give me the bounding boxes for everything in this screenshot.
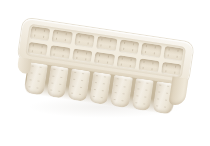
ice-cavity [50, 45, 71, 60]
ice-cavity [161, 61, 182, 76]
ice-cavity [72, 48, 93, 63]
ice-cavity [116, 55, 137, 70]
cube-bottom [46, 65, 69, 98]
ice-cavity [118, 39, 139, 54]
ice-cavity [141, 43, 162, 58]
ice-cavity [27, 41, 48, 56]
cube-bottom [131, 78, 154, 111]
ice-cavity [52, 29, 73, 44]
ice-cavity [163, 46, 184, 61]
ice-cavity [96, 36, 117, 51]
cube-bottom [67, 68, 90, 101]
tray-right-end-wall [169, 76, 189, 106]
ice-cube-tray-photo [0, 0, 210, 146]
tray-left-end-wall [17, 57, 32, 74]
ice-cavity [138, 58, 159, 73]
ice-cavity [74, 33, 95, 48]
cube-bottom [89, 72, 112, 105]
ice-cavity [30, 26, 51, 41]
ice-cavity [94, 51, 115, 66]
cube-bottom [110, 75, 133, 108]
